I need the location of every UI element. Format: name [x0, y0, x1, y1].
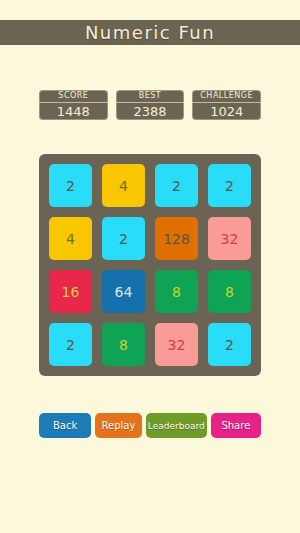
tile-r3c3: 8: [155, 270, 198, 313]
title-bar: Numeric Fun: [0, 20, 300, 45]
tile-r2c3: 128: [155, 217, 198, 260]
game-board[interactable]: 2422421283216648828322: [39, 154, 261, 376]
tile-r4c3: 32: [155, 323, 198, 366]
tile-r1c2: 4: [102, 164, 145, 207]
tile-r4c2: 8: [102, 323, 145, 366]
action-buttons: Back Replay Leaderboard Share: [39, 413, 261, 438]
tile-r3c4: 8: [208, 270, 251, 313]
leaderboard-button[interactable]: Leaderboard: [146, 413, 207, 438]
tile-r2c2: 2: [102, 217, 145, 260]
best-value: 2388: [116, 103, 185, 120]
tile-r4c4: 2: [208, 323, 251, 366]
tile-r3c1: 16: [49, 270, 92, 313]
score-box: SCORE 1448: [39, 90, 108, 120]
challenge-value: 1024: [192, 103, 261, 120]
share-button[interactable]: Share: [211, 413, 261, 438]
app-title: Numeric Fun: [85, 22, 215, 43]
stats-row: SCORE 1448 BEST 2388 CHALLENGE 1024: [39, 90, 261, 120]
challenge-label: CHALLENGE: [192, 90, 261, 103]
tile-r2c4: 32: [208, 217, 251, 260]
back-button[interactable]: Back: [39, 413, 91, 438]
tile-r1c4: 2: [208, 164, 251, 207]
best-box: BEST 2388: [116, 90, 185, 120]
score-value: 1448: [39, 103, 108, 120]
tile-r3c2: 64: [102, 270, 145, 313]
replay-button[interactable]: Replay: [95, 413, 142, 438]
challenge-box: CHALLENGE 1024: [192, 90, 261, 120]
score-label: SCORE: [39, 90, 108, 103]
tile-r4c1: 2: [49, 323, 92, 366]
tile-r1c3: 2: [155, 164, 198, 207]
tile-r2c1: 4: [49, 217, 92, 260]
tile-r1c1: 2: [49, 164, 92, 207]
best-label: BEST: [116, 90, 185, 103]
